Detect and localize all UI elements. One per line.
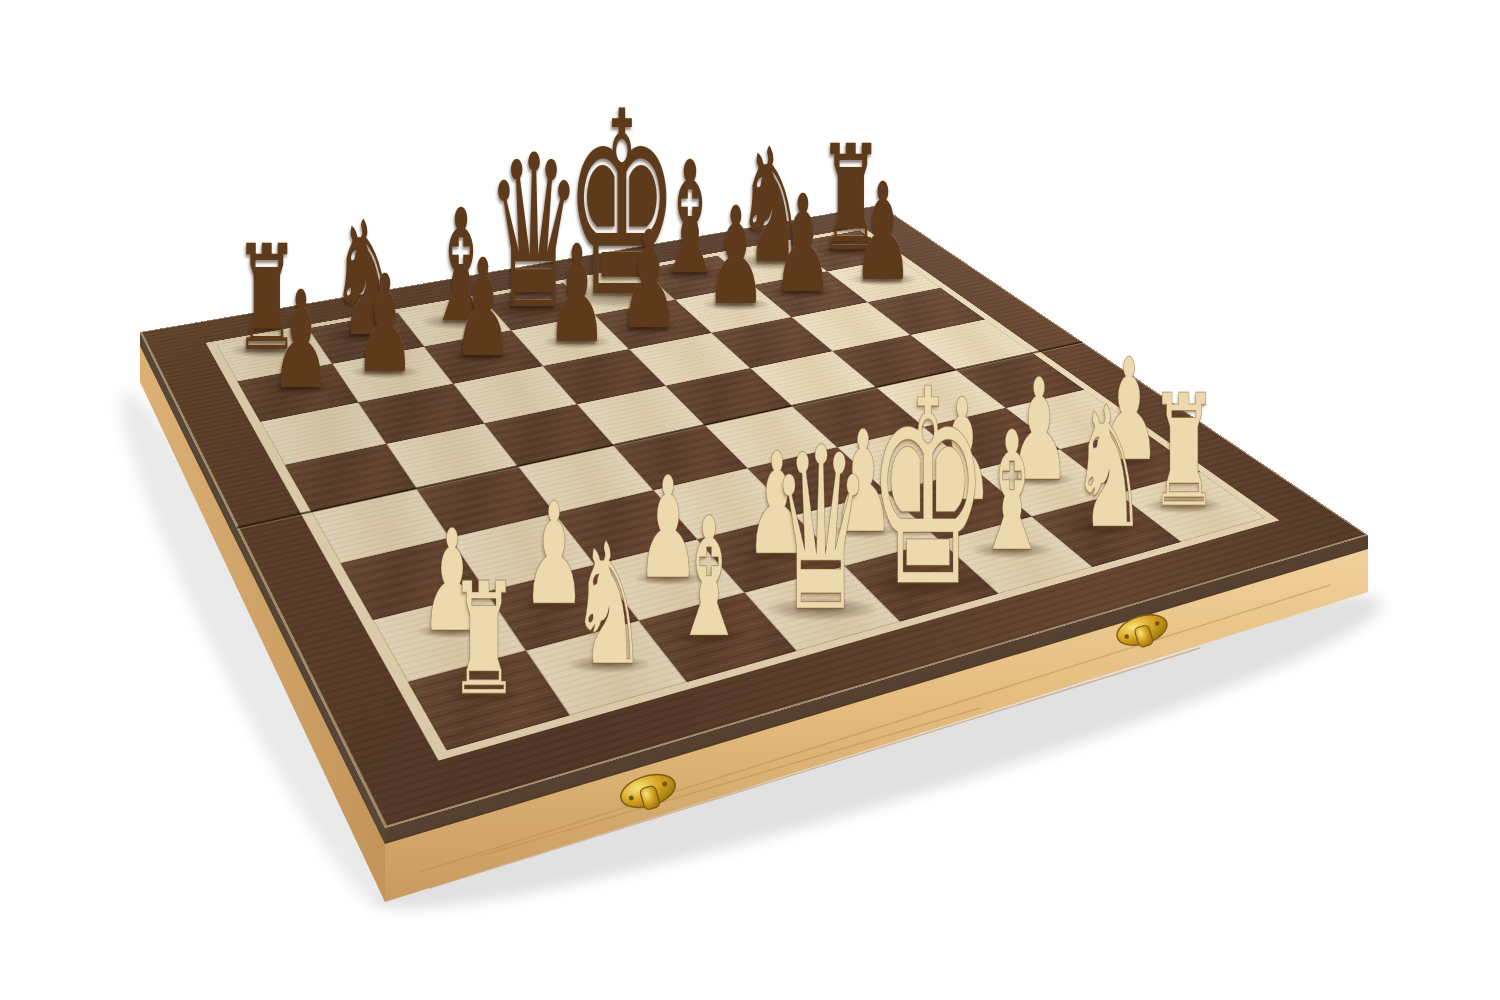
piece-black-pawn[interactable]: ♟ <box>240 273 361 408</box>
white-queen-glyph: ♛ <box>771 418 872 643</box>
white-rook-glyph: ♜ <box>450 563 519 718</box>
black-pawn-glyph: ♟ <box>452 242 512 377</box>
piece-white-knight[interactable]: ♞ <box>534 521 685 689</box>
black-pawn-glyph: ♟ <box>355 257 415 392</box>
black-pawn-glyph: ♟ <box>546 227 606 362</box>
white-knight-glyph: ♞ <box>571 521 646 689</box>
black-pawn-glyph: ♟ <box>706 190 766 325</box>
black-pawn-glyph: ♟ <box>271 273 331 408</box>
product-photo-scene: ♜♞♝♛♚♝♞♜♟♟♟♟♟♟♟♟♟♟♟♟♟♟♟♟♜♞♝♛♚♝♞♜ <box>0 0 1500 1000</box>
pieces-layer: ♜♞♝♛♚♝♞♜♟♟♟♟♟♟♟♟♟♟♟♟♟♟♟♟♜♞♝♛♚♝♞♜ <box>0 0 1500 1000</box>
piece-white-rook[interactable]: ♜ <box>415 563 554 718</box>
